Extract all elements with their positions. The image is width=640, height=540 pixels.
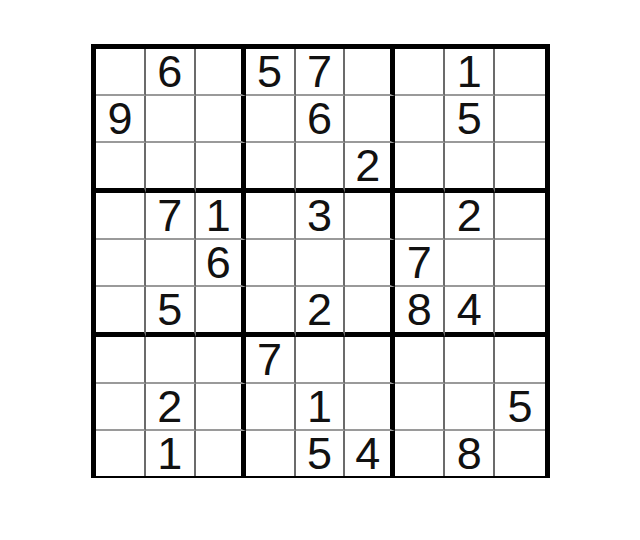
sudoku-cell-r5c3-given[interactable]: 6 [196,240,246,287]
sudoku-cell-r7c3-empty[interactable] [196,337,246,384]
sudoku-cell-r3c5-empty[interactable] [296,143,346,193]
sudoku-cell-r9c2-given[interactable]: 1 [146,431,196,476]
sudoku-cell-r7c4-given[interactable]: 7 [246,337,296,384]
sudoku-cell-r5c6-empty[interactable] [345,240,395,287]
sudoku-cell-r2c3-empty[interactable] [196,96,246,143]
sudoku-cell-r8c6-empty[interactable] [345,384,395,431]
sudoku-cell-r8c8-empty[interactable] [445,384,495,431]
sudoku-cell-r4c1-empty[interactable] [96,193,146,240]
sudoku-cell-r7c9-empty[interactable] [495,337,545,384]
sudoku-cell-r2c8-given[interactable]: 5 [445,96,495,143]
sudoku-cell-r4c3-given[interactable]: 1 [196,193,246,240]
sudoku-cell-r7c2-empty[interactable] [146,337,196,384]
sudoku-cell-r7c5-empty[interactable] [296,337,346,384]
sudoku-cell-r1c7-empty[interactable] [395,49,445,96]
sudoku-cell-r2c7-empty[interactable] [395,96,445,143]
sudoku-cell-r7c7-empty[interactable] [395,337,445,384]
sudoku-cell-r3c7-empty[interactable] [395,143,445,193]
sudoku-cell-r3c3-empty[interactable] [196,143,246,193]
sudoku-cell-r8c1-empty[interactable] [96,384,146,431]
sudoku-board: 65719652713267528472151548 [91,44,550,478]
sudoku-cell-r7c6-empty[interactable] [345,337,395,384]
sudoku-cell-r6c6-empty[interactable] [345,287,395,337]
sudoku-cell-r9c4-empty[interactable] [246,431,296,476]
sudoku-cell-r4c4-empty[interactable] [246,193,296,240]
sudoku-cell-r9c9-empty[interactable] [495,431,545,476]
sudoku-cell-r5c8-empty[interactable] [445,240,495,287]
sudoku-cell-r3c2-empty[interactable] [146,143,196,193]
sudoku-cell-r9c5-given[interactable]: 5 [296,431,346,476]
sudoku-cell-r5c4-empty[interactable] [246,240,296,287]
sudoku-cell-r3c1-empty[interactable] [96,143,146,193]
sudoku-cell-r4c8-given[interactable]: 2 [445,193,495,240]
sudoku-cell-r4c9-empty[interactable] [495,193,545,240]
sudoku-cell-r1c8-given[interactable]: 1 [445,49,495,96]
sudoku-cell-r1c5-given[interactable]: 7 [296,49,346,96]
sudoku-cell-r3c4-empty[interactable] [246,143,296,193]
sudoku-cell-r4c5-given[interactable]: 3 [296,193,346,240]
sudoku-cell-r2c2-empty[interactable] [146,96,196,143]
sudoku-cell-r2c1-given[interactable]: 9 [96,96,146,143]
sudoku-cell-r8c9-given[interactable]: 5 [495,384,545,431]
sudoku-cell-r4c2-given[interactable]: 7 [146,193,196,240]
sudoku-cell-r6c7-given[interactable]: 8 [395,287,445,337]
sudoku-cell-r5c2-empty[interactable] [146,240,196,287]
sudoku-cell-r2c4-empty[interactable] [246,96,296,143]
sudoku-cell-r6c8-given[interactable]: 4 [445,287,495,337]
sudoku-cell-r1c6-empty[interactable] [345,49,395,96]
sudoku-cell-r3c9-empty[interactable] [495,143,545,193]
sudoku-cell-r3c8-empty[interactable] [445,143,495,193]
sudoku-cell-r2c5-given[interactable]: 6 [296,96,346,143]
sudoku-cell-r4c6-empty[interactable] [345,193,395,240]
sudoku-cell-r1c3-empty[interactable] [196,49,246,96]
sudoku-cell-r8c4-empty[interactable] [246,384,296,431]
sudoku-cell-r3c6-given[interactable]: 2 [345,143,395,193]
sudoku-cell-r1c4-given[interactable]: 5 [246,49,296,96]
sudoku-cell-r5c9-empty[interactable] [495,240,545,287]
sudoku-cell-r6c1-empty[interactable] [96,287,146,337]
sudoku-cell-r4c7-empty[interactable] [395,193,445,240]
sudoku-cell-r9c6-given[interactable]: 4 [345,431,395,476]
sudoku-cell-r8c5-given[interactable]: 1 [296,384,346,431]
sudoku-cell-r5c5-empty[interactable] [296,240,346,287]
sudoku-cell-r8c7-empty[interactable] [395,384,445,431]
sudoku-cell-r6c9-empty[interactable] [495,287,545,337]
sudoku-cell-r6c2-given[interactable]: 5 [146,287,196,337]
sudoku-cell-r9c8-given[interactable]: 8 [445,431,495,476]
sudoku-cell-r6c5-given[interactable]: 2 [296,287,346,337]
page-background: 65719652713267528472151548 [0,0,640,540]
sudoku-cell-r9c7-empty[interactable] [395,431,445,476]
sudoku-cell-r8c3-empty[interactable] [196,384,246,431]
sudoku-cell-r5c1-empty[interactable] [96,240,146,287]
sudoku-cell-r1c1-empty[interactable] [96,49,146,96]
sudoku-cell-r6c4-empty[interactable] [246,287,296,337]
sudoku-cell-r2c6-empty[interactable] [345,96,395,143]
sudoku-cell-r9c3-empty[interactable] [196,431,246,476]
sudoku-cell-r7c1-empty[interactable] [96,337,146,384]
sudoku-cell-r2c9-empty[interactable] [495,96,545,143]
sudoku-cell-r9c1-empty[interactable] [96,431,146,476]
sudoku-cell-r1c9-empty[interactable] [495,49,545,96]
sudoku-cell-r7c8-empty[interactable] [445,337,495,384]
sudoku-cell-r5c7-given[interactable]: 7 [395,240,445,287]
sudoku-cell-r8c2-given[interactable]: 2 [146,384,196,431]
sudoku-cell-r6c3-empty[interactable] [196,287,246,337]
sudoku-cell-r1c2-given[interactable]: 6 [146,49,196,96]
